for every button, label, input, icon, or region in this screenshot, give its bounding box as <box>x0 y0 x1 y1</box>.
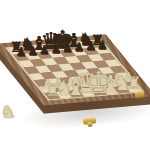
off-board-knight-shadow <box>1 114 17 119</box>
chess-set-photo: ♜♞♝♛♚♝♞♜♟♟♟♟♟♟♟♟♟♟♟♟♟♟♟♟♜♞♝♛♚♝♞♜ ♞ <box>0 0 150 150</box>
brass-hinge-icon <box>135 91 145 98</box>
